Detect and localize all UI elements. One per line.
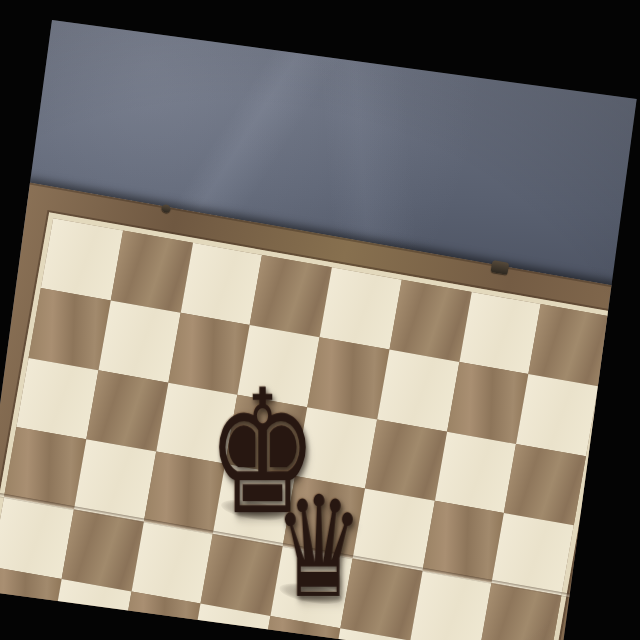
square-h6[interactable] [504, 444, 586, 526]
square-g8[interactable] [459, 292, 541, 374]
slate-cloth-background [52, 20, 637, 99]
hinge-pin-icon [161, 204, 171, 213]
square-a7[interactable] [29, 288, 111, 370]
square-b8[interactable] [111, 230, 193, 312]
square-c4[interactable] [131, 521, 213, 603]
square-d8[interactable] [250, 255, 332, 337]
square-f8[interactable] [389, 280, 471, 362]
square-a3[interactable] [0, 567, 61, 640]
chess-set-photo: ♚♛ [0, 20, 637, 640]
square-a8[interactable] [41, 218, 123, 300]
square-f7[interactable] [377, 349, 459, 431]
square-g6[interactable] [434, 431, 516, 513]
square-b7[interactable] [98, 300, 180, 382]
screenshot-canvas: { "game": "chess", "scene": { "descripti… [0, 0, 640, 640]
square-e8[interactable] [320, 267, 402, 349]
square-a6[interactable] [16, 358, 98, 440]
square-a2[interactable] [0, 636, 49, 640]
black-queen[interactable]: ♛ [274, 478, 364, 618]
square-b3[interactable] [49, 579, 131, 640]
chess-board-frame: ♚♛ [0, 182, 637, 640]
square-f6[interactable] [365, 419, 447, 501]
clasp-icon [490, 260, 509, 275]
square-b4[interactable] [61, 509, 143, 591]
square-e7[interactable] [307, 337, 389, 419]
square-b6[interactable] [86, 370, 168, 452]
square-h7[interactable] [516, 374, 598, 456]
square-c8[interactable] [180, 243, 262, 325]
square-g7[interactable] [447, 362, 529, 444]
square-h8[interactable] [529, 304, 611, 386]
